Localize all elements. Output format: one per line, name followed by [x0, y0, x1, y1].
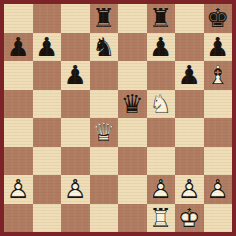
black-piece-glyph: ♜ [90, 4, 119, 33]
white-piece-outline: ♙ [204, 175, 233, 204]
chess-board: ♜♜♚♟♟♞♟♟♟♟♝♗♛♞♘♛♕♟♙♟♙♟♙♟♙♟♙♜♖♚♔ [4, 4, 232, 232]
piece-white-rook[interactable]: ♜♖ [147, 204, 176, 233]
white-piece-outline: ♗ [204, 61, 233, 90]
square-a3[interactable] [4, 147, 33, 176]
square-c4[interactable] [61, 118, 90, 147]
square-d6[interactable] [90, 61, 119, 90]
white-piece-outline: ♖ [147, 204, 176, 233]
square-c7[interactable] [61, 33, 90, 62]
square-c5[interactable] [61, 90, 90, 119]
piece-white-pawn[interactable]: ♟♙ [175, 175, 204, 204]
piece-white-king[interactable]: ♚♔ [175, 204, 204, 233]
square-b7[interactable]: ♟ [33, 33, 62, 62]
square-d7[interactable]: ♞ [90, 33, 119, 62]
square-a4[interactable] [4, 118, 33, 147]
piece-white-pawn[interactable]: ♟♙ [4, 175, 33, 204]
piece-white-knight[interactable]: ♞♘ [147, 90, 176, 119]
square-g1[interactable]: ♚♔ [175, 204, 204, 233]
piece-white-pawn[interactable]: ♟♙ [61, 175, 90, 204]
white-piece-outline: ♕ [90, 118, 119, 147]
square-g5[interactable] [175, 90, 204, 119]
black-piece-glyph: ♞ [90, 33, 119, 62]
black-piece-glyph: ♟ [204, 33, 233, 62]
piece-black-knight[interactable]: ♞ [90, 33, 119, 62]
white-piece-outline: ♙ [175, 175, 204, 204]
square-h7[interactable]: ♟ [204, 33, 233, 62]
black-piece-glyph: ♟ [147, 33, 176, 62]
piece-black-pawn[interactable]: ♟ [175, 61, 204, 90]
piece-black-pawn[interactable]: ♟ [61, 61, 90, 90]
white-piece-outline: ♙ [61, 175, 90, 204]
square-a8[interactable] [4, 4, 33, 33]
white-piece-outline: ♙ [4, 175, 33, 204]
square-e7[interactable] [118, 33, 147, 62]
square-e4[interactable] [118, 118, 147, 147]
square-e1[interactable] [118, 204, 147, 233]
square-e8[interactable] [118, 4, 147, 33]
square-e2[interactable] [118, 175, 147, 204]
square-b5[interactable] [33, 90, 62, 119]
square-b6[interactable] [33, 61, 62, 90]
square-g4[interactable] [175, 118, 204, 147]
square-g6[interactable]: ♟ [175, 61, 204, 90]
white-piece-outline: ♙ [147, 175, 176, 204]
square-c3[interactable] [61, 147, 90, 176]
piece-black-pawn[interactable]: ♟ [147, 33, 176, 62]
piece-white-bishop[interactable]: ♝♗ [204, 61, 233, 90]
white-piece-outline: ♔ [175, 204, 204, 233]
square-a2[interactable]: ♟♙ [4, 175, 33, 204]
black-piece-glyph: ♟ [61, 61, 90, 90]
piece-white-pawn[interactable]: ♟♙ [204, 175, 233, 204]
piece-black-king[interactable]: ♚ [204, 4, 233, 33]
square-a1[interactable] [4, 204, 33, 233]
square-d4[interactable]: ♛♕ [90, 118, 119, 147]
white-piece-outline: ♘ [147, 90, 176, 119]
square-f5[interactable]: ♞♘ [147, 90, 176, 119]
black-piece-glyph: ♛ [118, 90, 147, 119]
square-c8[interactable] [61, 4, 90, 33]
square-h2[interactable]: ♟♙ [204, 175, 233, 204]
square-a6[interactable] [4, 61, 33, 90]
square-b1[interactable] [33, 204, 62, 233]
piece-black-queen[interactable]: ♛ [118, 90, 147, 119]
square-d1[interactable] [90, 204, 119, 233]
square-a5[interactable] [4, 90, 33, 119]
square-f7[interactable]: ♟ [147, 33, 176, 62]
square-d8[interactable]: ♜ [90, 4, 119, 33]
square-g2[interactable]: ♟♙ [175, 175, 204, 204]
piece-black-pawn[interactable]: ♟ [4, 33, 33, 62]
square-f4[interactable] [147, 118, 176, 147]
square-g3[interactable] [175, 147, 204, 176]
piece-black-pawn[interactable]: ♟ [33, 33, 62, 62]
piece-white-pawn[interactable]: ♟♙ [147, 175, 176, 204]
black-piece-glyph: ♟ [4, 33, 33, 62]
square-d5[interactable] [90, 90, 119, 119]
square-e6[interactable] [118, 61, 147, 90]
square-h3[interactable] [204, 147, 233, 176]
square-g7[interactable] [175, 33, 204, 62]
square-f1[interactable]: ♜♖ [147, 204, 176, 233]
piece-black-rook[interactable]: ♜ [90, 4, 119, 33]
black-piece-glyph: ♚ [204, 4, 233, 33]
square-g8[interactable] [175, 4, 204, 33]
black-piece-glyph: ♜ [147, 4, 176, 33]
square-h6[interactable]: ♝♗ [204, 61, 233, 90]
square-h1[interactable] [204, 204, 233, 233]
square-e3[interactable] [118, 147, 147, 176]
piece-white-queen[interactable]: ♛♕ [90, 118, 119, 147]
square-c2[interactable]: ♟♙ [61, 175, 90, 204]
piece-black-rook[interactable]: ♜ [147, 4, 176, 33]
square-d2[interactable] [90, 175, 119, 204]
square-h5[interactable] [204, 90, 233, 119]
square-c6[interactable]: ♟ [61, 61, 90, 90]
square-f2[interactable]: ♟♙ [147, 175, 176, 204]
square-h4[interactable] [204, 118, 233, 147]
chess-board-frame: ♜♜♚♟♟♞♟♟♟♟♝♗♛♞♘♛♕♟♙♟♙♟♙♟♙♟♙♜♖♚♔ [0, 0, 236, 236]
square-c1[interactable] [61, 204, 90, 233]
square-b2[interactable] [33, 175, 62, 204]
black-piece-glyph: ♟ [175, 61, 204, 90]
black-piece-glyph: ♟ [33, 33, 62, 62]
square-a7[interactable]: ♟ [4, 33, 33, 62]
square-b4[interactable] [33, 118, 62, 147]
square-f6[interactable] [147, 61, 176, 90]
square-f3[interactable] [147, 147, 176, 176]
square-b8[interactable] [33, 4, 62, 33]
square-h8[interactable]: ♚ [204, 4, 233, 33]
square-e5[interactable]: ♛ [118, 90, 147, 119]
square-b3[interactable] [33, 147, 62, 176]
piece-black-pawn[interactable]: ♟ [204, 33, 233, 62]
square-d3[interactable] [90, 147, 119, 176]
square-f8[interactable]: ♜ [147, 4, 176, 33]
